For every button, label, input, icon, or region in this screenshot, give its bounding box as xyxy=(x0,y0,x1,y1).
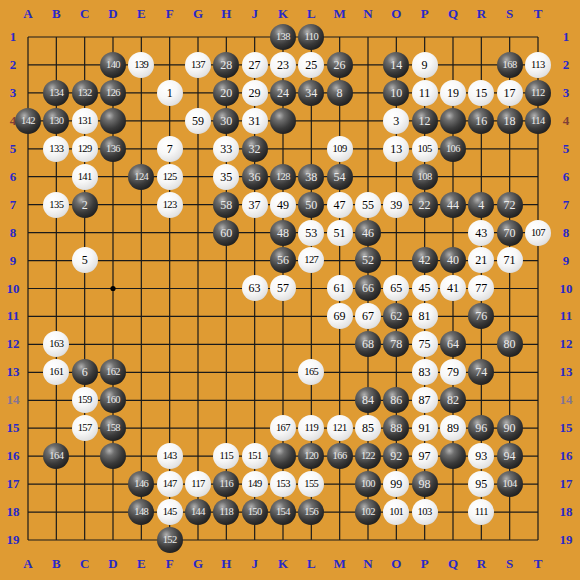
stone-move-88[interactable]: 88 xyxy=(383,415,409,441)
column-label-top: K xyxy=(278,6,288,22)
stone-move-136[interactable]: 136 xyxy=(100,136,126,162)
row-label-right: 13 xyxy=(560,364,573,380)
stone-move-49[interactable]: 49 xyxy=(270,192,296,218)
stone-move-81[interactable]: 81 xyxy=(412,303,438,329)
move-number: 16 xyxy=(475,108,487,134)
stone-move-105[interactable]: 105 xyxy=(412,136,438,162)
stone-move-85[interactable]: 85 xyxy=(355,415,381,441)
stone-move-13[interactable]: 13 xyxy=(383,136,409,162)
stone-move-158[interactable]: 158 xyxy=(100,415,126,441)
row-label-right: 5 xyxy=(563,141,570,157)
column-label-bottom: P xyxy=(421,556,429,572)
column-label-top: R xyxy=(477,6,486,22)
stone-move-42[interactable]: 42 xyxy=(412,247,438,273)
stone-move-22[interactable]: 22 xyxy=(412,192,438,218)
stone-move-148[interactable]: 148 xyxy=(128,499,154,525)
stone-move-100[interactable]: 100 xyxy=(355,471,381,497)
move-number: 15 xyxy=(475,80,487,106)
move-number: 141 xyxy=(78,164,92,190)
handicap-stone[interactable] xyxy=(270,443,296,469)
move-number: 136 xyxy=(106,136,120,162)
stone-move-156[interactable]: 156 xyxy=(298,499,324,525)
move-number: 54 xyxy=(334,164,346,190)
stone-move-76[interactable]: 76 xyxy=(468,303,494,329)
move-number: 164 xyxy=(49,443,63,469)
stone-move-167[interactable]: 167 xyxy=(270,415,296,441)
move-number: 63 xyxy=(249,275,261,301)
stone-move-142[interactable]: 142 xyxy=(15,108,41,134)
stone-move-25[interactable]: 25 xyxy=(298,52,324,78)
stone-move-36[interactable]: 36 xyxy=(242,164,268,190)
stone-move-48[interactable]: 48 xyxy=(270,220,296,246)
move-number: 152 xyxy=(163,527,177,553)
move-number: 161 xyxy=(49,359,63,385)
move-number: 92 xyxy=(390,443,402,469)
move-number: 158 xyxy=(106,415,120,441)
stone-move-23[interactable]: 23 xyxy=(270,52,296,78)
stone-move-45[interactable]: 45 xyxy=(412,275,438,301)
move-number: 167 xyxy=(276,415,290,441)
column-label-bottom: H xyxy=(221,556,231,572)
column-label-top: A xyxy=(23,6,32,22)
stone-move-32[interactable]: 32 xyxy=(242,136,268,162)
stone-move-54[interactable]: 54 xyxy=(327,164,353,190)
stone-move-82[interactable]: 82 xyxy=(440,387,466,413)
stone-move-35[interactable]: 35 xyxy=(213,164,239,190)
handicap-stone[interactable] xyxy=(440,108,466,134)
stone-move-131[interactable]: 131 xyxy=(72,108,98,134)
stone-move-74[interactable]: 74 xyxy=(468,359,494,385)
column-label-bottom: T xyxy=(534,556,543,572)
stone-move-38[interactable]: 38 xyxy=(298,164,324,190)
move-number: 80 xyxy=(504,331,516,357)
stone-move-93[interactable]: 93 xyxy=(468,443,494,469)
stone-move-162[interactable]: 162 xyxy=(100,359,126,385)
column-label-bottom: M xyxy=(334,556,346,572)
stone-move-103[interactable]: 103 xyxy=(412,499,438,525)
move-number: 131 xyxy=(78,108,92,134)
stone-move-79[interactable]: 79 xyxy=(440,359,466,385)
stone-move-107[interactable]: 107 xyxy=(525,220,551,246)
stone-move-90[interactable]: 90 xyxy=(497,415,523,441)
column-label-bottom: C xyxy=(80,556,89,572)
move-number: 106 xyxy=(446,136,460,162)
stone-move-134[interactable]: 134 xyxy=(43,80,69,106)
stone-move-91[interactable]: 91 xyxy=(412,415,438,441)
move-number: 114 xyxy=(531,108,545,134)
stone-move-112[interactable]: 112 xyxy=(525,80,551,106)
move-number: 94 xyxy=(504,443,516,469)
row-label-right: 19 xyxy=(560,532,573,548)
column-label-top: B xyxy=(52,6,61,22)
stone-move-1[interactable]: 1 xyxy=(157,80,183,106)
stone-move-19[interactable]: 19 xyxy=(440,80,466,106)
column-label-top: Q xyxy=(448,6,458,22)
move-number: 27 xyxy=(249,52,261,78)
stone-move-15[interactable]: 15 xyxy=(468,80,494,106)
column-label-bottom: B xyxy=(52,556,61,572)
stone-move-151[interactable]: 151 xyxy=(242,443,268,469)
stone-move-56[interactable]: 56 xyxy=(270,247,296,273)
stone-move-137[interactable]: 137 xyxy=(185,52,211,78)
move-number: 45 xyxy=(419,275,431,301)
row-label-right: 2 xyxy=(563,57,570,73)
column-label-bottom: K xyxy=(278,556,288,572)
column-label-top: J xyxy=(251,6,258,22)
move-number: 163 xyxy=(49,331,63,357)
stone-move-138[interactable]: 138 xyxy=(270,24,296,50)
move-number: 43 xyxy=(475,220,487,246)
stone-move-68[interactable]: 68 xyxy=(355,331,381,357)
stone-move-160[interactable]: 160 xyxy=(100,387,126,413)
stone-move-3[interactable]: 3 xyxy=(383,108,409,134)
stone-move-10[interactable]: 10 xyxy=(383,80,409,106)
stone-move-110[interactable]: 110 xyxy=(298,24,324,50)
row-label-right: 16 xyxy=(560,448,573,464)
stone-move-119[interactable]: 119 xyxy=(298,415,324,441)
move-number: 52 xyxy=(362,247,374,273)
move-number: 124 xyxy=(134,164,148,190)
stone-move-157[interactable]: 157 xyxy=(72,415,98,441)
stone-move-71[interactable]: 71 xyxy=(497,247,523,273)
column-label-top: O xyxy=(391,6,401,22)
stone-move-132[interactable]: 132 xyxy=(72,80,98,106)
stone-move-33[interactable]: 33 xyxy=(213,136,239,162)
move-number: 108 xyxy=(418,164,432,190)
stone-move-7[interactable]: 7 xyxy=(157,136,183,162)
move-number: 46 xyxy=(362,220,374,246)
stone-move-146[interactable]: 146 xyxy=(128,471,154,497)
move-number: 132 xyxy=(78,80,92,106)
stone-move-18[interactable]: 18 xyxy=(497,108,523,134)
stone-move-41[interactable]: 41 xyxy=(440,275,466,301)
stone-move-147[interactable]: 147 xyxy=(157,471,183,497)
stone-move-51[interactable]: 51 xyxy=(327,220,353,246)
move-number: 166 xyxy=(333,443,347,469)
move-number: 93 xyxy=(475,443,487,469)
move-number: 69 xyxy=(334,303,346,329)
stone-move-20[interactable]: 20 xyxy=(213,80,239,106)
move-number: 47 xyxy=(334,192,346,218)
stone-move-77[interactable]: 77 xyxy=(468,275,494,301)
stone-move-6[interactable]: 6 xyxy=(72,359,98,385)
move-number: 2 xyxy=(82,192,88,218)
stone-move-114[interactable]: 114 xyxy=(525,108,551,134)
move-number: 88 xyxy=(390,415,402,441)
stone-move-4[interactable]: 4 xyxy=(468,192,494,218)
stone-move-95[interactable]: 95 xyxy=(468,471,494,497)
move-number: 41 xyxy=(447,275,459,301)
move-number: 85 xyxy=(362,415,374,441)
stone-move-98[interactable]: 98 xyxy=(412,471,438,497)
move-number: 4 xyxy=(478,192,484,218)
stone-move-17[interactable]: 17 xyxy=(497,80,523,106)
move-number: 148 xyxy=(134,499,148,525)
move-number: 95 xyxy=(475,471,487,497)
column-label-bottom: O xyxy=(391,556,401,572)
move-number: 109 xyxy=(333,136,347,162)
stone-move-164[interactable]: 164 xyxy=(43,443,69,469)
stone-move-126[interactable]: 126 xyxy=(100,80,126,106)
stone-move-152[interactable]: 152 xyxy=(157,527,183,553)
column-label-top: M xyxy=(334,6,346,22)
move-number: 90 xyxy=(504,415,516,441)
move-number: 112 xyxy=(531,80,545,106)
stone-move-168[interactable]: 168 xyxy=(497,52,523,78)
move-number: 119 xyxy=(304,415,318,441)
stone-move-5[interactable]: 5 xyxy=(72,247,98,273)
stone-move-124[interactable]: 124 xyxy=(128,164,154,190)
move-number: 49 xyxy=(277,192,289,218)
stone-move-111[interactable]: 111 xyxy=(468,499,494,525)
stone-move-99[interactable]: 99 xyxy=(383,471,409,497)
stone-move-24[interactable]: 24 xyxy=(270,80,296,106)
stone-move-92[interactable]: 92 xyxy=(383,443,409,469)
stone-move-128[interactable]: 128 xyxy=(270,164,296,190)
stone-move-86[interactable]: 86 xyxy=(383,387,409,413)
stone-move-9[interactable]: 9 xyxy=(412,52,438,78)
move-number: 149 xyxy=(248,471,262,497)
row-label-right: 4 xyxy=(563,113,570,129)
move-number: 22 xyxy=(419,192,431,218)
column-label-top: H xyxy=(221,6,231,22)
stone-move-29[interactable]: 29 xyxy=(242,80,268,106)
stone-move-123[interactable]: 123 xyxy=(157,192,183,218)
stone-move-43[interactable]: 43 xyxy=(468,220,494,246)
stone-move-139[interactable]: 139 xyxy=(128,52,154,78)
move-number: 11 xyxy=(419,80,431,106)
move-number: 17 xyxy=(504,80,516,106)
stone-move-97[interactable]: 97 xyxy=(412,443,438,469)
row-label-right: 6 xyxy=(563,169,570,185)
stone-move-37[interactable]: 37 xyxy=(242,192,268,218)
move-number: 75 xyxy=(419,331,431,357)
stone-move-83[interactable]: 83 xyxy=(412,359,438,385)
stone-move-104[interactable]: 104 xyxy=(497,471,523,497)
stone-move-55[interactable]: 55 xyxy=(355,192,381,218)
stone-move-154[interactable]: 154 xyxy=(270,499,296,525)
row-label-right: 1 xyxy=(563,29,570,45)
move-number: 101 xyxy=(389,499,403,525)
move-number: 155 xyxy=(304,471,318,497)
stone-move-72[interactable]: 72 xyxy=(497,192,523,218)
stone-move-153[interactable]: 153 xyxy=(270,471,296,497)
move-number: 110 xyxy=(304,24,318,50)
stone-move-60[interactable]: 60 xyxy=(213,220,239,246)
stone-move-47[interactable]: 47 xyxy=(327,192,353,218)
stone-move-12[interactable]: 12 xyxy=(412,108,438,134)
move-number: 78 xyxy=(390,331,402,357)
stone-move-63[interactable]: 63 xyxy=(242,275,268,301)
move-number: 9 xyxy=(422,52,428,78)
stone-move-102[interactable]: 102 xyxy=(355,499,381,525)
move-number: 116 xyxy=(220,471,234,497)
stone-move-163[interactable]: 163 xyxy=(43,331,69,357)
stone-move-61[interactable]: 61 xyxy=(327,275,353,301)
row-label-right: 18 xyxy=(560,504,573,520)
stone-move-101[interactable]: 101 xyxy=(383,499,409,525)
stone-move-52[interactable]: 52 xyxy=(355,247,381,273)
stone-move-62[interactable]: 62 xyxy=(383,303,409,329)
move-number: 160 xyxy=(106,387,120,413)
stone-move-75[interactable]: 75 xyxy=(412,331,438,357)
column-label-bottom: G xyxy=(193,556,203,572)
stone-move-159[interactable]: 159 xyxy=(72,387,98,413)
stone-move-113[interactable]: 113 xyxy=(525,52,551,78)
row-label-right: 7 xyxy=(563,197,570,213)
move-number: 36 xyxy=(249,164,261,190)
row-label-right: 15 xyxy=(560,420,573,436)
row-label-right: 10 xyxy=(560,281,573,297)
stone-move-130[interactable]: 130 xyxy=(43,108,69,134)
move-number: 77 xyxy=(475,275,487,301)
stone-move-11[interactable]: 11 xyxy=(412,80,438,106)
stone-move-155[interactable]: 155 xyxy=(298,471,324,497)
move-number: 137 xyxy=(191,52,205,78)
stone-move-31[interactable]: 31 xyxy=(242,108,268,134)
handicap-stone[interactable] xyxy=(100,443,126,469)
stone-move-44[interactable]: 44 xyxy=(440,192,466,218)
move-number: 81 xyxy=(419,303,431,329)
stone-move-2[interactable]: 2 xyxy=(72,192,98,218)
move-number: 107 xyxy=(531,220,545,246)
stone-move-144[interactable]: 144 xyxy=(185,499,211,525)
stone-move-66[interactable]: 66 xyxy=(355,275,381,301)
move-number: 120 xyxy=(304,443,318,469)
move-number: 157 xyxy=(78,415,92,441)
move-number: 134 xyxy=(49,80,63,106)
stone-move-34[interactable]: 34 xyxy=(298,80,324,106)
handicap-stone[interactable] xyxy=(440,443,466,469)
stone-move-165[interactable]: 165 xyxy=(298,359,324,385)
stone-move-109[interactable]: 109 xyxy=(327,136,353,162)
move-number: 74 xyxy=(475,359,487,385)
stone-move-30[interactable]: 30 xyxy=(213,108,239,134)
column-label-top: P xyxy=(421,6,429,22)
move-number: 147 xyxy=(163,471,177,497)
move-number: 61 xyxy=(334,275,346,301)
move-number: 153 xyxy=(276,471,290,497)
stone-move-8[interactable]: 8 xyxy=(327,80,353,106)
stone-move-58[interactable]: 58 xyxy=(213,192,239,218)
stone-move-94[interactable]: 94 xyxy=(497,443,523,469)
move-number: 7 xyxy=(167,136,173,162)
move-number: 165 xyxy=(304,359,318,385)
stone-move-127[interactable]: 127 xyxy=(298,247,324,273)
stone-move-89[interactable]: 89 xyxy=(440,415,466,441)
move-number: 102 xyxy=(361,499,375,525)
handicap-stone[interactable] xyxy=(270,108,296,134)
stone-move-28[interactable]: 28 xyxy=(213,52,239,78)
stone-move-143[interactable]: 143 xyxy=(157,443,183,469)
stone-move-39[interactable]: 39 xyxy=(383,192,409,218)
column-label-top: G xyxy=(193,6,203,22)
move-number: 39 xyxy=(390,192,402,218)
go-board[interactable]: 1234567891011121314151617181920212223242… xyxy=(14,23,552,554)
stone-move-57[interactable]: 57 xyxy=(270,275,296,301)
stone-move-40[interactable]: 40 xyxy=(440,247,466,273)
stone-move-27[interactable]: 27 xyxy=(242,52,268,78)
stone-move-121[interactable]: 121 xyxy=(327,415,353,441)
stone-move-53[interactable]: 53 xyxy=(298,220,324,246)
stone-move-149[interactable]: 149 xyxy=(242,471,268,497)
stone-move-69[interactable]: 69 xyxy=(327,303,353,329)
stone-move-64[interactable]: 64 xyxy=(440,331,466,357)
move-number: 151 xyxy=(248,443,262,469)
stone-move-21[interactable]: 21 xyxy=(468,247,494,273)
stone-move-14[interactable]: 14 xyxy=(383,52,409,78)
move-number: 91 xyxy=(419,415,431,441)
move-number: 57 xyxy=(277,275,289,301)
move-number: 96 xyxy=(475,415,487,441)
stone-move-122[interactable]: 122 xyxy=(355,443,381,469)
stone-move-46[interactable]: 46 xyxy=(355,220,381,246)
move-number: 3 xyxy=(393,108,399,134)
stone-move-80[interactable]: 80 xyxy=(497,331,523,357)
stone-move-140[interactable]: 140 xyxy=(100,52,126,78)
stone-move-50[interactable]: 50 xyxy=(298,192,324,218)
stone-move-150[interactable]: 150 xyxy=(242,499,268,525)
stone-move-59[interactable]: 59 xyxy=(185,108,211,134)
move-number: 83 xyxy=(419,359,431,385)
stone-move-87[interactable]: 87 xyxy=(412,387,438,413)
stone-move-145[interactable]: 145 xyxy=(157,499,183,525)
column-label-bottom: D xyxy=(108,556,117,572)
row-label-right: 14 xyxy=(560,392,573,408)
stone-move-65[interactable]: 65 xyxy=(383,275,409,301)
stone-move-117[interactable]: 117 xyxy=(185,471,211,497)
column-label-top: C xyxy=(80,6,89,22)
stone-move-26[interactable]: 26 xyxy=(327,52,353,78)
move-number: 122 xyxy=(361,443,375,469)
move-number: 146 xyxy=(134,471,148,497)
stone-move-78[interactable]: 78 xyxy=(383,331,409,357)
column-label-bottom: S xyxy=(506,556,513,572)
stone-move-135[interactable]: 135 xyxy=(43,192,69,218)
stone-move-115[interactable]: 115 xyxy=(213,443,239,469)
move-number: 86 xyxy=(390,387,402,413)
stone-move-129[interactable]: 129 xyxy=(72,136,98,162)
stone-move-166[interactable]: 166 xyxy=(327,443,353,469)
stone-move-125[interactable]: 125 xyxy=(157,164,183,190)
stone-move-108[interactable]: 108 xyxy=(412,164,438,190)
move-number: 105 xyxy=(418,136,432,162)
move-number: 34 xyxy=(305,80,317,106)
move-number: 162 xyxy=(106,359,120,385)
move-number: 67 xyxy=(362,303,374,329)
column-label-top: T xyxy=(534,6,543,22)
stone-move-67[interactable]: 67 xyxy=(355,303,381,329)
stone-move-106[interactable]: 106 xyxy=(440,136,466,162)
move-number: 13 xyxy=(390,136,402,162)
stone-move-120[interactable]: 120 xyxy=(298,443,324,469)
stone-move-141[interactable]: 141 xyxy=(72,164,98,190)
move-number: 18 xyxy=(504,108,516,134)
stone-move-133[interactable]: 133 xyxy=(43,136,69,162)
stone-move-84[interactable]: 84 xyxy=(355,387,381,413)
stone-move-16[interactable]: 16 xyxy=(468,108,494,134)
move-number: 128 xyxy=(276,164,290,190)
handicap-stone[interactable] xyxy=(100,108,126,134)
move-number: 130 xyxy=(49,108,63,134)
move-number: 50 xyxy=(305,192,317,218)
stone-move-116[interactable]: 116 xyxy=(213,471,239,497)
stone-move-96[interactable]: 96 xyxy=(468,415,494,441)
stone-move-70[interactable]: 70 xyxy=(497,220,523,246)
move-number: 68 xyxy=(362,331,374,357)
stone-move-161[interactable]: 161 xyxy=(43,359,69,385)
stone-move-118[interactable]: 118 xyxy=(213,499,239,525)
